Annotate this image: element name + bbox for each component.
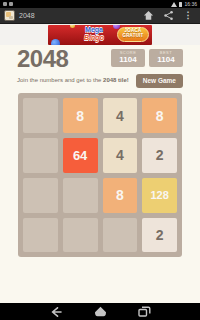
app-icon xyxy=(4,10,15,21)
empty-cell xyxy=(63,178,98,213)
tile-4: 4 xyxy=(103,138,138,173)
status-bar: 16:36 xyxy=(0,0,200,8)
app-title: 2048 xyxy=(19,12,35,19)
overflow-menu-button[interactable]: ⋮ xyxy=(180,9,196,23)
home-nav-button[interactable] xyxy=(93,306,107,318)
best-box: BEST 1104 xyxy=(149,49,183,67)
home-icon xyxy=(143,10,154,21)
empty-cell xyxy=(63,218,98,253)
game-header: 2048 SCORE 1104 BEST 1104 Join the numbe… xyxy=(0,45,200,88)
wifi-icon xyxy=(171,2,177,7)
subtitle-text: Join the numbers and get to the xyxy=(17,77,103,83)
empty-cell xyxy=(23,138,58,173)
battery-icon xyxy=(179,2,182,7)
tile-8: 8 xyxy=(142,98,177,133)
ad-brand-logo: Mega Bingo xyxy=(74,26,114,41)
tile-4: 4 xyxy=(103,98,138,133)
score-value: 1104 xyxy=(119,56,136,65)
tile-8: 8 xyxy=(63,98,98,133)
score-box: SCORE 1104 xyxy=(111,49,145,67)
empty-cell xyxy=(23,218,58,253)
ad-brand-top: Mega xyxy=(74,26,114,33)
new-game-button[interactable]: New Game xyxy=(136,74,183,89)
ad-brand-bottom: Bingo xyxy=(74,34,114,41)
share-icon xyxy=(163,10,174,21)
page-title: 2048 xyxy=(17,48,68,71)
empty-cell xyxy=(23,178,58,213)
recents-icon xyxy=(138,306,151,317)
overflow-menu-icon: ⋮ xyxy=(184,11,193,20)
ad-cta-button[interactable]: JOACĂ GRATUIT xyxy=(117,27,149,42)
notification-icon xyxy=(3,2,7,6)
empty-cell xyxy=(23,98,58,133)
status-clock: 16:36 xyxy=(184,0,197,8)
back-button[interactable] xyxy=(49,306,63,318)
action-bar: 2048 ⋮ xyxy=(0,8,200,24)
home-nav-icon xyxy=(94,306,107,317)
recents-button[interactable] xyxy=(137,306,151,318)
ad-strip: Mega Bingo JOACĂ GRATUIT xyxy=(0,24,200,45)
screenshot-icon xyxy=(9,2,13,6)
board[interactable]: 848644281282 xyxy=(18,93,182,257)
best-value: 1104 xyxy=(157,56,174,65)
navigation-bar xyxy=(0,303,200,320)
subtitle-bold: 2048 tile! xyxy=(103,77,129,83)
ad-cta-line2: GRATUIT xyxy=(122,34,143,39)
tile-2: 2 xyxy=(142,218,177,253)
tile-128: 128 xyxy=(142,178,177,213)
tile-2: 2 xyxy=(142,138,177,173)
bingo-ball-icon xyxy=(51,39,60,45)
back-icon xyxy=(50,307,62,317)
ad-banner[interactable]: Mega Bingo JOACĂ GRATUIT xyxy=(48,25,152,45)
tile-64: 64 xyxy=(63,138,98,173)
tile-8: 8 xyxy=(103,178,138,213)
subtitle: Join the numbers and get to the 2048 til… xyxy=(17,77,129,84)
home-button[interactable] xyxy=(140,9,156,23)
share-button[interactable] xyxy=(160,9,176,23)
empty-cell xyxy=(103,218,138,253)
